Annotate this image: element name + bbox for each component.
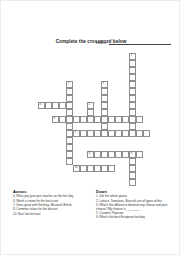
grid-cell[interactable] bbox=[66, 116, 73, 123]
grid-blank bbox=[45, 53, 52, 60]
grid-blank bbox=[80, 158, 87, 165]
grid-blank bbox=[94, 123, 101, 130]
grid-blank bbox=[122, 137, 129, 144]
grid-blank bbox=[87, 123, 94, 130]
grid-blank bbox=[108, 81, 115, 88]
page-title: Complete the crossword below bbox=[1, 39, 180, 44]
grid-blank bbox=[87, 95, 94, 102]
grid-blank bbox=[59, 60, 66, 67]
grid-blank bbox=[66, 53, 73, 60]
grid-cell[interactable] bbox=[66, 88, 73, 95]
grid-blank bbox=[115, 95, 122, 102]
grid-cell[interactable] bbox=[115, 151, 122, 158]
clue-number: 9 bbox=[130, 152, 132, 155]
grid-blank bbox=[59, 137, 66, 144]
grid-blank bbox=[87, 144, 94, 151]
grid-cell[interactable] bbox=[87, 130, 94, 137]
grid-cell[interactable] bbox=[129, 81, 136, 88]
grid-blank bbox=[52, 130, 59, 137]
grid-blank bbox=[101, 74, 108, 81]
grid-blank bbox=[136, 172, 143, 179]
grid-blank bbox=[38, 165, 45, 172]
grid-blank bbox=[94, 144, 101, 151]
grid-blank bbox=[80, 95, 87, 102]
grid-blank bbox=[80, 102, 87, 109]
grid-blank bbox=[59, 144, 66, 151]
down-clues-section: Down 1. Get the whole grains2. Lettuce, … bbox=[96, 189, 176, 221]
grid-cell[interactable] bbox=[129, 116, 136, 123]
grid-cell[interactable] bbox=[66, 102, 73, 109]
grid-blank bbox=[73, 151, 80, 158]
clue-number: 1 bbox=[130, 54, 132, 57]
grid-blank bbox=[136, 102, 143, 109]
clue-number: 7 bbox=[74, 131, 76, 134]
grid-cell[interactable] bbox=[73, 116, 80, 123]
grid-blank bbox=[45, 123, 52, 130]
grid-cell[interactable] bbox=[129, 123, 136, 130]
grid-cell[interactable] bbox=[136, 116, 143, 123]
grid-blank bbox=[94, 95, 101, 102]
grid-blank bbox=[38, 130, 45, 137]
grid-blank bbox=[73, 95, 80, 102]
grid-blank bbox=[108, 172, 115, 179]
grid-blank bbox=[122, 88, 129, 95]
grid-blank bbox=[52, 74, 59, 81]
grid-cell[interactable] bbox=[129, 179, 136, 186]
grid-blank bbox=[143, 116, 150, 123]
grid-blank bbox=[122, 158, 129, 165]
grid-cell[interactable] bbox=[101, 130, 108, 137]
grid-blank bbox=[73, 102, 80, 109]
grid-cell[interactable] bbox=[136, 130, 143, 137]
grid-cell[interactable] bbox=[87, 109, 94, 116]
grid-blank bbox=[80, 137, 87, 144]
grid-blank bbox=[38, 123, 45, 130]
grid-blank bbox=[80, 67, 87, 74]
grid-blank bbox=[94, 158, 101, 165]
grid-cell[interactable] bbox=[94, 130, 101, 137]
grid-blank bbox=[38, 88, 45, 95]
grid-blank bbox=[73, 144, 80, 151]
grid-blank bbox=[73, 109, 80, 116]
grid-blank bbox=[143, 151, 150, 158]
grid-cell[interactable] bbox=[108, 151, 115, 158]
grid-cell[interactable] bbox=[66, 95, 73, 102]
grid-blank bbox=[52, 123, 59, 130]
grid-blank bbox=[80, 88, 87, 95]
grid-blank bbox=[59, 81, 66, 88]
grid-blank bbox=[52, 109, 59, 116]
grid-blank bbox=[45, 158, 52, 165]
grid-blank bbox=[129, 137, 136, 144]
name-row: Name bbox=[96, 27, 174, 35]
grid-blank bbox=[45, 179, 52, 186]
clue-number: 2 bbox=[67, 82, 69, 85]
grid-blank bbox=[122, 179, 129, 186]
grid-blank bbox=[73, 74, 80, 81]
grid-blank bbox=[80, 60, 87, 67]
grid-blank bbox=[73, 88, 80, 95]
grid-blank bbox=[66, 67, 73, 74]
grid-blank bbox=[87, 67, 94, 74]
crossword-grid: 12345678910 bbox=[38, 53, 150, 186]
grid-blank bbox=[136, 60, 143, 67]
grid-blank bbox=[45, 130, 52, 137]
grid-blank bbox=[94, 102, 101, 109]
clue-number: 10 bbox=[74, 166, 77, 169]
grid-blank bbox=[122, 165, 129, 172]
clue-item: 9. What's the best European hot dog bbox=[96, 216, 176, 220]
grid-cell[interactable] bbox=[66, 158, 73, 165]
grid-cell[interactable] bbox=[101, 95, 108, 102]
grid-cell[interactable] bbox=[101, 165, 108, 172]
grid-blank bbox=[73, 137, 80, 144]
grid-blank bbox=[94, 81, 101, 88]
grid-cell[interactable] bbox=[94, 165, 101, 172]
grid-blank bbox=[136, 67, 143, 74]
grid-blank bbox=[45, 81, 52, 88]
grid-blank bbox=[143, 144, 150, 151]
grid-blank bbox=[45, 67, 52, 74]
grid-blank bbox=[122, 53, 129, 60]
grid-blank bbox=[73, 158, 80, 165]
grid-blank bbox=[122, 172, 129, 179]
grid-blank bbox=[38, 67, 45, 74]
grid-cell[interactable] bbox=[129, 109, 136, 116]
grid-blank bbox=[136, 95, 143, 102]
grid-blank bbox=[108, 67, 115, 74]
grid-blank bbox=[108, 137, 115, 144]
grid-blank bbox=[73, 60, 80, 67]
grid-cell[interactable] bbox=[66, 144, 73, 151]
grid-cell[interactable] bbox=[122, 151, 129, 158]
grid-blank bbox=[80, 74, 87, 81]
grid-blank bbox=[52, 158, 59, 165]
grid-blank bbox=[136, 158, 143, 165]
grid-blank bbox=[80, 123, 87, 130]
grid-cell[interactable] bbox=[115, 116, 122, 123]
grid-blank bbox=[108, 158, 115, 165]
grid-blank bbox=[143, 165, 150, 172]
grid-blank bbox=[59, 95, 66, 102]
grid-blank bbox=[87, 81, 94, 88]
grid-cell[interactable] bbox=[66, 151, 73, 158]
grid-blank bbox=[143, 74, 150, 81]
grid-blank bbox=[38, 116, 45, 123]
grid-blank bbox=[143, 102, 150, 109]
grid-blank bbox=[115, 109, 122, 116]
grid-cell[interactable] bbox=[129, 67, 136, 74]
grid-cell[interactable] bbox=[66, 123, 73, 130]
across-clues-section: Across 4. What you give your teacher on … bbox=[13, 189, 93, 217]
grid-blank bbox=[122, 144, 129, 151]
grid-blank bbox=[45, 151, 52, 158]
grid-blank bbox=[143, 179, 150, 186]
grid-blank bbox=[87, 137, 94, 144]
grid-blank bbox=[80, 144, 87, 151]
grid-cell[interactable] bbox=[66, 137, 73, 144]
grid-blank bbox=[129, 144, 136, 151]
grid-cell[interactable] bbox=[122, 130, 129, 137]
grid-blank bbox=[52, 151, 59, 158]
grid-blank bbox=[52, 60, 59, 67]
grid-cell[interactable] bbox=[59, 116, 66, 123]
grid-blank bbox=[59, 123, 66, 130]
grid-blank bbox=[73, 172, 80, 179]
grid-blank bbox=[52, 67, 59, 74]
grid-blank bbox=[115, 137, 122, 144]
grid-cell[interactable] bbox=[66, 130, 73, 137]
grid-blank bbox=[52, 95, 59, 102]
grid-blank bbox=[45, 109, 52, 116]
grid-blank bbox=[122, 95, 129, 102]
grid-blank bbox=[38, 158, 45, 165]
grid-blank bbox=[38, 137, 45, 144]
grid-blank bbox=[115, 88, 122, 95]
grid-blank bbox=[59, 53, 66, 60]
across-clues-list: 4. What you give your teacher on the fir… bbox=[13, 195, 93, 216]
grid-blank bbox=[136, 179, 143, 186]
grid-blank bbox=[122, 67, 129, 74]
grid-cell[interactable] bbox=[108, 165, 115, 172]
clue-number: 4 bbox=[39, 103, 41, 106]
grid-blank bbox=[80, 179, 87, 186]
grid-blank bbox=[94, 179, 101, 186]
grid-cell[interactable] bbox=[129, 74, 136, 81]
grid-blank bbox=[52, 53, 59, 60]
grid-blank bbox=[66, 60, 73, 67]
grid-blank bbox=[108, 95, 115, 102]
grid-blank bbox=[136, 144, 143, 151]
grid-cell[interactable] bbox=[59, 102, 66, 109]
grid-blank bbox=[115, 53, 122, 60]
grid-blank bbox=[66, 179, 73, 186]
grid-blank bbox=[59, 151, 66, 158]
grid-blank bbox=[73, 53, 80, 60]
grid-blank bbox=[52, 81, 59, 88]
grid-blank bbox=[101, 137, 108, 144]
grid-blank bbox=[59, 179, 66, 186]
clue-number: 5 bbox=[88, 103, 90, 106]
grid-cell[interactable] bbox=[45, 102, 52, 109]
grid-blank bbox=[143, 109, 150, 116]
grid-blank bbox=[101, 60, 108, 67]
grid-cell[interactable] bbox=[129, 102, 136, 109]
grid-blank bbox=[136, 81, 143, 88]
grid-blank bbox=[115, 158, 122, 165]
grid-blank bbox=[101, 67, 108, 74]
grid-cell[interactable] bbox=[80, 130, 87, 137]
grid-blank bbox=[136, 109, 143, 116]
grid-blank bbox=[59, 74, 66, 81]
grid-blank bbox=[94, 109, 101, 116]
grid-cell[interactable] bbox=[101, 123, 108, 130]
grid-blank bbox=[45, 116, 52, 123]
grid-blank bbox=[94, 67, 101, 74]
grid-cell[interactable]: 8 bbox=[87, 151, 94, 158]
grid-cell[interactable] bbox=[101, 109, 108, 116]
grid-blank bbox=[143, 88, 150, 95]
grid-blank bbox=[94, 137, 101, 144]
grid-cell[interactable]: 4 bbox=[38, 102, 45, 109]
grid-blank bbox=[108, 179, 115, 186]
grid-blank bbox=[38, 74, 45, 81]
grid-blank bbox=[87, 179, 94, 186]
grid-cell[interactable] bbox=[101, 102, 108, 109]
grid-blank bbox=[45, 137, 52, 144]
grid-blank bbox=[52, 179, 59, 186]
grid-blank bbox=[52, 144, 59, 151]
grid-blank bbox=[108, 144, 115, 151]
grid-blank bbox=[108, 88, 115, 95]
grid-blank bbox=[38, 60, 45, 67]
grid-cell[interactable] bbox=[94, 116, 101, 123]
grid-blank bbox=[115, 165, 122, 172]
grid-blank bbox=[45, 172, 52, 179]
grid-blank bbox=[101, 179, 108, 186]
grid-blank bbox=[45, 74, 52, 81]
grid-blank bbox=[38, 95, 45, 102]
grid-blank bbox=[101, 53, 108, 60]
grid-blank bbox=[143, 53, 150, 60]
grid-blank bbox=[136, 165, 143, 172]
grid-blank bbox=[94, 60, 101, 67]
grid-cell[interactable] bbox=[101, 151, 108, 158]
grid-cell[interactable]: 3 bbox=[101, 81, 108, 88]
grid-blank bbox=[115, 179, 122, 186]
grid-cell[interactable] bbox=[108, 130, 115, 137]
grid-cell[interactable] bbox=[52, 102, 59, 109]
grid-blank bbox=[136, 137, 143, 144]
grid-blank bbox=[143, 95, 150, 102]
grid-blank bbox=[38, 144, 45, 151]
grid-blank bbox=[73, 81, 80, 88]
grid-blank bbox=[80, 81, 87, 88]
grid-blank bbox=[87, 172, 94, 179]
grid-blank bbox=[66, 165, 73, 172]
clue-number: 3 bbox=[102, 82, 104, 85]
grid-blank bbox=[122, 102, 129, 109]
grid-cell[interactable] bbox=[129, 60, 136, 67]
grid-blank bbox=[45, 165, 52, 172]
grid-cell[interactable]: 7 bbox=[73, 130, 80, 137]
grid-blank bbox=[94, 88, 101, 95]
grid-blank bbox=[108, 123, 115, 130]
grid-blank bbox=[87, 60, 94, 67]
grid-cell[interactable] bbox=[101, 116, 108, 123]
grid-blank bbox=[45, 88, 52, 95]
grid-blank bbox=[94, 172, 101, 179]
grid-blank bbox=[66, 74, 73, 81]
grid-blank bbox=[101, 172, 108, 179]
grid-cell[interactable]: 10 bbox=[73, 165, 80, 172]
grid-cell[interactable] bbox=[80, 165, 87, 172]
grid-blank bbox=[59, 88, 66, 95]
grid-blank bbox=[52, 172, 59, 179]
grid-blank bbox=[115, 172, 122, 179]
grid-blank bbox=[87, 88, 94, 95]
grid-blank bbox=[80, 53, 87, 60]
grid-blank bbox=[73, 123, 80, 130]
grid-blank bbox=[87, 74, 94, 81]
grid-blank bbox=[122, 123, 129, 130]
grid-cell[interactable] bbox=[143, 130, 150, 137]
grid-blank bbox=[136, 88, 143, 95]
grid-blank bbox=[136, 74, 143, 81]
grid-cell[interactable] bbox=[115, 130, 122, 137]
grid-blank bbox=[122, 109, 129, 116]
grid-cell[interactable]: 2 bbox=[66, 81, 73, 88]
grid-cell[interactable] bbox=[129, 165, 136, 172]
grid-cell[interactable] bbox=[87, 116, 94, 123]
grid-blank bbox=[52, 165, 59, 172]
grid-blank bbox=[143, 60, 150, 67]
grid-blank bbox=[143, 172, 150, 179]
grid-cell[interactable] bbox=[80, 116, 87, 123]
grid-blank bbox=[59, 130, 66, 137]
grid-cell[interactable] bbox=[129, 172, 136, 179]
grid-cell[interactable] bbox=[94, 151, 101, 158]
grid-cell[interactable] bbox=[129, 95, 136, 102]
grid-blank bbox=[108, 102, 115, 109]
grid-blank bbox=[115, 74, 122, 81]
grid-cell[interactable] bbox=[108, 116, 115, 123]
grid-blank bbox=[66, 172, 73, 179]
grid-blank bbox=[87, 158, 94, 165]
grid-blank bbox=[143, 158, 150, 165]
grid-blank bbox=[143, 81, 150, 88]
grid-cell[interactable] bbox=[129, 130, 136, 137]
grid-blank bbox=[80, 109, 87, 116]
grid-blank bbox=[108, 109, 115, 116]
grid-blank bbox=[59, 158, 66, 165]
grid-blank bbox=[38, 151, 45, 158]
worksheet-page: Name Complete the crossword below 123456… bbox=[0, 0, 180, 255]
grid-blank bbox=[45, 144, 52, 151]
grid-blank bbox=[108, 53, 115, 60]
grid-blank bbox=[52, 88, 59, 95]
grid-blank bbox=[73, 67, 80, 74]
grid-blank bbox=[143, 123, 150, 130]
grid-blank bbox=[136, 53, 143, 60]
grid-blank bbox=[73, 179, 80, 186]
grid-cell[interactable] bbox=[136, 151, 143, 158]
grid-cell[interactable] bbox=[122, 116, 129, 123]
grid-cell[interactable]: 6 bbox=[52, 116, 59, 123]
grid-blank bbox=[59, 109, 66, 116]
grid-cell[interactable] bbox=[129, 88, 136, 95]
grid-blank bbox=[115, 144, 122, 151]
grid-cell[interactable] bbox=[87, 165, 94, 172]
grid-blank bbox=[45, 60, 52, 67]
grid-cell[interactable] bbox=[66, 109, 73, 116]
grid-blank bbox=[59, 172, 66, 179]
grid-cell[interactable]: 5 bbox=[87, 102, 94, 109]
grid-blank bbox=[101, 158, 108, 165]
grid-blank bbox=[101, 144, 108, 151]
grid-blank bbox=[143, 67, 150, 74]
clue-item: 10. Nice low fat treat bbox=[13, 213, 93, 217]
grid-cell[interactable]: 9 bbox=[129, 151, 136, 158]
grid-blank bbox=[80, 151, 87, 158]
grid-cell[interactable] bbox=[129, 158, 136, 165]
grid-blank bbox=[108, 74, 115, 81]
grid-cell[interactable] bbox=[101, 88, 108, 95]
grid-blank bbox=[94, 53, 101, 60]
clue-number: 8 bbox=[88, 152, 90, 155]
grid-cell[interactable]: 1 bbox=[129, 53, 136, 60]
grid-blank bbox=[38, 179, 45, 186]
